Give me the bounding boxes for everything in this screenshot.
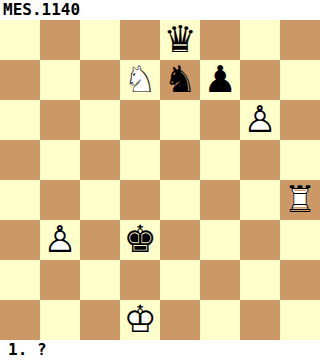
square-g5[interactable] bbox=[240, 140, 280, 180]
square-b7[interactable] bbox=[40, 60, 80, 100]
square-f6[interactable] bbox=[200, 100, 240, 140]
square-f8[interactable] bbox=[200, 20, 240, 60]
square-a6[interactable] bbox=[0, 100, 40, 140]
square-a2[interactable] bbox=[0, 260, 40, 300]
square-c8[interactable] bbox=[80, 20, 120, 60]
problem-id: MES.1140 bbox=[3, 0, 80, 20]
square-f1[interactable] bbox=[200, 300, 240, 340]
black-king-icon: ♚ bbox=[120, 220, 160, 260]
square-c7[interactable] bbox=[80, 60, 120, 100]
square-e2[interactable] bbox=[160, 260, 200, 300]
square-e6[interactable] bbox=[160, 100, 200, 140]
chess-board: ♛♞♘♞♟♟♙♜♖♟♙♚♚♔ bbox=[0, 20, 320, 340]
square-g4[interactable] bbox=[240, 180, 280, 220]
square-d2[interactable] bbox=[120, 260, 160, 300]
square-h5[interactable] bbox=[280, 140, 320, 180]
square-b8[interactable] bbox=[40, 20, 80, 60]
square-f4[interactable] bbox=[200, 180, 240, 220]
black-king-d3[interactable]: ♚ bbox=[120, 220, 160, 260]
white-pawn-icon: ♙ bbox=[40, 220, 80, 260]
square-c4[interactable] bbox=[80, 180, 120, 220]
square-h7[interactable] bbox=[280, 60, 320, 100]
square-c6[interactable] bbox=[80, 100, 120, 140]
black-knight-e7[interactable]: ♞ bbox=[160, 60, 200, 100]
square-e4[interactable] bbox=[160, 180, 200, 220]
square-f2[interactable] bbox=[200, 260, 240, 300]
square-e5[interactable] bbox=[160, 140, 200, 180]
square-h1[interactable] bbox=[280, 300, 320, 340]
square-a7[interactable] bbox=[0, 60, 40, 100]
square-b5[interactable] bbox=[40, 140, 80, 180]
white-rook-icon: ♖ bbox=[280, 180, 320, 220]
square-h4[interactable]: ♜♖ bbox=[280, 180, 320, 220]
black-pawn-icon: ♟ bbox=[200, 60, 240, 100]
black-knight-icon: ♞ bbox=[160, 60, 200, 100]
square-a5[interactable] bbox=[0, 140, 40, 180]
square-d4[interactable] bbox=[120, 180, 160, 220]
chess-problem-page: MES.1140 ♛♞♘♞♟♟♙♜♖♟♙♚♚♔ 1. ? bbox=[0, 0, 320, 360]
square-h3[interactable] bbox=[280, 220, 320, 260]
square-d3[interactable]: ♚ bbox=[120, 220, 160, 260]
white-knight-icon: ♘ bbox=[120, 60, 160, 100]
square-a8[interactable] bbox=[0, 20, 40, 60]
move-prompt: 1. ? bbox=[8, 340, 47, 360]
square-c1[interactable] bbox=[80, 300, 120, 340]
black-queen-e8[interactable]: ♛ bbox=[160, 20, 200, 60]
square-d8[interactable] bbox=[120, 20, 160, 60]
square-f7[interactable]: ♟ bbox=[200, 60, 240, 100]
square-e7[interactable]: ♞ bbox=[160, 60, 200, 100]
square-e1[interactable] bbox=[160, 300, 200, 340]
white-king-d1[interactable]: ♚♔ bbox=[120, 300, 160, 340]
square-b3[interactable]: ♟♙ bbox=[40, 220, 80, 260]
square-a1[interactable] bbox=[0, 300, 40, 340]
white-pawn-g6[interactable]: ♟♙ bbox=[240, 100, 280, 140]
black-pawn-f7[interactable]: ♟ bbox=[200, 60, 240, 100]
square-c2[interactable] bbox=[80, 260, 120, 300]
square-c3[interactable] bbox=[80, 220, 120, 260]
square-b4[interactable] bbox=[40, 180, 80, 220]
square-g1[interactable] bbox=[240, 300, 280, 340]
square-f5[interactable] bbox=[200, 140, 240, 180]
square-g7[interactable] bbox=[240, 60, 280, 100]
square-b6[interactable] bbox=[40, 100, 80, 140]
square-d6[interactable] bbox=[120, 100, 160, 140]
white-king-icon: ♔ bbox=[120, 300, 160, 340]
square-g6[interactable]: ♟♙ bbox=[240, 100, 280, 140]
white-pawn-icon: ♙ bbox=[240, 100, 280, 140]
square-d7[interactable]: ♞♘ bbox=[120, 60, 160, 100]
white-knight-d7[interactable]: ♞♘ bbox=[120, 60, 160, 100]
square-d1[interactable]: ♚♔ bbox=[120, 300, 160, 340]
black-queen-icon: ♛ bbox=[160, 20, 200, 60]
square-h8[interactable] bbox=[280, 20, 320, 60]
square-f3[interactable] bbox=[200, 220, 240, 260]
square-b1[interactable] bbox=[40, 300, 80, 340]
square-e3[interactable] bbox=[160, 220, 200, 260]
white-pawn-b3[interactable]: ♟♙ bbox=[40, 220, 80, 260]
square-c5[interactable] bbox=[80, 140, 120, 180]
square-g8[interactable] bbox=[240, 20, 280, 60]
square-d5[interactable] bbox=[120, 140, 160, 180]
square-a4[interactable] bbox=[0, 180, 40, 220]
square-e8[interactable]: ♛ bbox=[160, 20, 200, 60]
square-h2[interactable] bbox=[280, 260, 320, 300]
square-g3[interactable] bbox=[240, 220, 280, 260]
square-a3[interactable] bbox=[0, 220, 40, 260]
square-h6[interactable] bbox=[280, 100, 320, 140]
white-rook-h4[interactable]: ♜♖ bbox=[280, 180, 320, 220]
square-b2[interactable] bbox=[40, 260, 80, 300]
square-g2[interactable] bbox=[240, 260, 280, 300]
